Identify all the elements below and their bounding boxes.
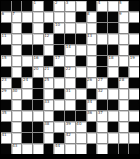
block-r10c11 <box>108 100 118 110</box>
cell-r6c13[interactable]: 19 <box>129 56 139 66</box>
block-r6c5 <box>44 56 54 66</box>
block-r13c4 <box>33 133 43 143</box>
cell-r4c2[interactable] <box>12 34 22 44</box>
cell-r2c9[interactable]: 8 <box>87 12 97 22</box>
block-r9c9 <box>87 89 97 99</box>
clue-number: 9 <box>119 12 122 16</box>
block-r12c3 <box>22 122 32 132</box>
block-r1c5 <box>44 1 54 11</box>
cell-r13c9[interactable] <box>87 133 97 143</box>
cell-r6c3[interactable] <box>22 56 32 66</box>
block-r3c5 <box>44 23 54 33</box>
cell-r1c6[interactable]: 2 <box>54 1 64 11</box>
cell-r9c1[interactable]: 29 <box>1 89 11 99</box>
block-r10c8 <box>76 100 86 110</box>
cell-r2c5[interactable] <box>44 12 54 22</box>
block-r9c4 <box>33 89 43 99</box>
cell-r7c9[interactable] <box>87 67 97 77</box>
block-r14c1 <box>1 144 11 154</box>
block-r3c3 <box>22 23 32 33</box>
cell-r1c11[interactable] <box>108 1 118 11</box>
cell-r13c11[interactable] <box>108 133 118 143</box>
block-r2c11 <box>108 12 118 22</box>
cell-r2c4[interactable] <box>33 12 43 22</box>
cell-r3c12[interactable] <box>119 23 129 33</box>
cell-r3c8[interactable] <box>76 23 86 33</box>
cell-r8c1[interactable]: 23 <box>1 78 11 88</box>
clue-number: 35 <box>2 111 7 115</box>
block-r1c2 <box>12 1 22 11</box>
cell-r9c12[interactable] <box>119 89 129 99</box>
clue-number: 32 <box>98 89 103 93</box>
cell-r3c9[interactable] <box>87 23 97 33</box>
cell-r7c11[interactable] <box>108 67 118 77</box>
block-r12c11 <box>108 122 118 132</box>
clue-number: 21 <box>44 67 49 71</box>
clue-number: 29 <box>2 89 7 93</box>
cell-r14c6[interactable]: 44 <box>54 144 64 154</box>
clue-number: 11 <box>2 34 7 38</box>
cell-r2c1[interactable]: 6 <box>1 12 11 22</box>
cell-r8c9[interactable]: 26 <box>87 78 97 88</box>
clue-number: 36 <box>87 111 92 115</box>
clue-number: 24 <box>23 78 28 82</box>
cell-r9c5[interactable] <box>44 89 54 99</box>
cell-r1c10[interactable]: 4 <box>97 1 107 11</box>
cell-r9c10[interactable]: 32 <box>97 89 107 99</box>
block-r3c10 <box>97 23 107 33</box>
clue-number: 38 <box>44 122 49 126</box>
crossword-board-frame: 1234567891011121314151617181920212223242… <box>0 0 140 159</box>
cell-r1c7[interactable]: 3 <box>65 1 75 11</box>
cell-r4c12[interactable] <box>119 34 129 44</box>
cell-r11c9[interactable]: 36 <box>87 111 97 121</box>
cell-r11c12[interactable] <box>119 111 129 121</box>
cell-r14c2[interactable]: 43 <box>12 144 22 154</box>
cell-r6c7[interactable] <box>65 56 75 66</box>
cell-r11c5[interactable] <box>44 111 54 121</box>
clue-number: 17 <box>55 56 60 60</box>
block-r11c6 <box>54 111 64 121</box>
clue-number: 39 <box>66 122 71 126</box>
cell-r13c10[interactable] <box>97 133 107 143</box>
block-r11c8 <box>76 111 86 121</box>
clue-number: 8 <box>87 12 90 16</box>
block-r7c10 <box>97 67 107 77</box>
block-r8c2 <box>12 78 22 88</box>
cell-r2c2[interactable]: 7 <box>12 12 22 22</box>
cell-r11c2[interactable] <box>12 111 22 121</box>
block-r1c13 <box>129 1 139 11</box>
cell-r13c1[interactable]: 41 <box>1 133 11 143</box>
cell-r8c7[interactable] <box>65 78 75 88</box>
clue-number: 6 <box>2 12 5 16</box>
block-r7c1 <box>1 67 11 77</box>
cell-r12c5[interactable]: 38 <box>44 122 54 132</box>
cell-r4c5[interactable]: 12 <box>44 34 54 44</box>
cell-r6c6[interactable]: 17 <box>54 56 64 66</box>
cell-r8c12[interactable]: 28 <box>119 78 129 88</box>
cell-r11c4[interactable] <box>33 111 43 121</box>
block-r5c3 <box>22 45 32 55</box>
cell-r9c8[interactable] <box>76 89 86 99</box>
block-r8c8 <box>76 78 86 88</box>
cell-r12c12[interactable] <box>119 122 129 132</box>
cell-r10c7[interactable] <box>65 100 75 110</box>
cell-r9c2[interactable]: 30 <box>12 89 22 99</box>
cell-r1c8[interactable] <box>76 1 86 11</box>
block-r3c13 <box>129 23 139 33</box>
block-r13c6 <box>54 133 64 143</box>
cell-r7c8[interactable] <box>76 67 86 77</box>
block-r1c3 <box>22 1 32 11</box>
clue-number: 18 <box>108 56 113 60</box>
cell-r5c12[interactable] <box>119 45 129 55</box>
cell-r6c12[interactable] <box>119 56 129 66</box>
block-r10c1 <box>1 100 11 110</box>
cell-r8c3[interactable]: 24 <box>22 78 32 88</box>
cell-r10c9[interactable]: 34 <box>87 100 97 110</box>
block-r6c8 <box>76 56 86 66</box>
cell-r6c9[interactable] <box>87 56 97 66</box>
cell-r10c12[interactable] <box>119 100 129 110</box>
block-r4c8 <box>76 34 86 44</box>
cell-r3c4[interactable] <box>33 23 43 33</box>
cell-r1c12[interactable]: 5 <box>119 1 129 11</box>
cell-r14c3[interactable] <box>22 144 32 154</box>
block-r1c1 <box>1 1 11 11</box>
block-r8c11 <box>108 78 118 88</box>
clue-number: 3 <box>66 1 69 5</box>
cell-r7c5[interactable]: 21 <box>44 67 54 77</box>
block-r5c11 <box>108 45 118 55</box>
cell-r4c1[interactable]: 11 <box>1 34 11 44</box>
cell-r2c7[interactable] <box>65 12 75 22</box>
block-r11c7 <box>65 111 75 121</box>
crossword-board: 1234567891011121314151617181920212223242… <box>1 1 139 154</box>
cell-r12c6[interactable] <box>54 122 64 132</box>
clue-number: 33 <box>44 100 49 104</box>
block-r10c13 <box>129 100 139 110</box>
clue-number: 42 <box>66 133 71 137</box>
block-r6c10 <box>97 56 107 66</box>
cell-r8c6[interactable] <box>54 78 64 88</box>
clue-number: 44 <box>55 144 60 148</box>
cell-r9c13[interactable] <box>129 89 139 99</box>
cell-r3c7[interactable] <box>65 23 75 33</box>
clue-number: 43 <box>12 144 17 148</box>
cell-r2c3[interactable] <box>22 12 32 22</box>
block-r14c13 <box>129 144 139 154</box>
clue-number: 10 <box>55 23 60 27</box>
cell-r4c11[interactable] <box>108 34 118 44</box>
block-r7c6 <box>54 67 64 77</box>
clue-number: 34 <box>87 100 92 104</box>
cell-r12c10[interactable] <box>97 122 107 132</box>
block-r8c4 <box>33 78 43 88</box>
block-r14c11 <box>108 144 118 154</box>
cell-r4c13[interactable] <box>129 34 139 44</box>
cell-r5c9[interactable] <box>87 45 97 55</box>
cell-r5c7[interactable]: 14 <box>65 45 75 55</box>
cell-r6c11[interactable]: 18 <box>108 56 118 66</box>
cell-r13c12[interactable] <box>119 133 129 143</box>
cell-r4c9[interactable]: 13 <box>87 34 97 44</box>
block-r1c9 <box>87 1 97 11</box>
clue-number: 30 <box>12 89 17 93</box>
cell-r13c13[interactable] <box>129 133 139 143</box>
cell-r14c8[interactable] <box>76 144 86 154</box>
cell-r14c10[interactable] <box>97 144 107 154</box>
cell-r5c5[interactable] <box>44 45 54 55</box>
clue-number: 12 <box>44 34 49 38</box>
cell-r6c4[interactable]: 16 <box>33 56 43 66</box>
cell-r9c3[interactable] <box>22 89 32 99</box>
clue-number: 40 <box>76 122 81 126</box>
block-r14c5 <box>44 144 54 154</box>
block-r14c12 <box>119 144 129 154</box>
block-r5c4 <box>33 45 43 55</box>
clue-number: 25 <box>44 78 49 82</box>
clue-number: 26 <box>87 78 92 82</box>
clue-number: 19 <box>130 56 135 60</box>
cell-r3c6[interactable]: 10 <box>54 23 64 33</box>
cell-r11c11[interactable] <box>108 111 118 121</box>
cell-r12c7[interactable]: 39 <box>65 122 75 132</box>
cell-r10c5[interactable]: 33 <box>44 100 54 110</box>
cell-r14c7[interactable] <box>65 144 75 154</box>
cell-r13c8[interactable] <box>76 133 86 143</box>
block-r4c6 <box>54 34 64 44</box>
clue-number: 1 <box>34 1 37 5</box>
cell-r13c2[interactable] <box>12 133 22 143</box>
cell-r12c2[interactable] <box>12 122 22 132</box>
block-r13c3 <box>22 133 32 143</box>
block-r5c10 <box>97 45 107 55</box>
block-r12c13 <box>129 122 139 132</box>
cell-r14c4[interactable] <box>33 144 43 154</box>
clue-number: 20 <box>34 67 39 71</box>
clue-number: 23 <box>2 78 7 82</box>
clue-number: 2 <box>55 1 58 5</box>
cell-r6c1[interactable]: 15 <box>1 56 11 66</box>
block-r3c11 <box>108 23 118 33</box>
cell-r5c2[interactable] <box>12 45 22 55</box>
cell-r13c7[interactable]: 42 <box>65 133 75 143</box>
cell-r1c4[interactable]: 1 <box>33 1 43 11</box>
clue-number: 37 <box>98 111 103 115</box>
cell-r11c13[interactable] <box>129 111 139 121</box>
block-r12c1 <box>1 122 11 132</box>
cell-r8c5[interactable]: 25 <box>44 78 54 88</box>
cell-r11c10[interactable]: 37 <box>97 111 107 121</box>
block-r14c9 <box>87 144 97 154</box>
cell-r9c7[interactable]: 31 <box>65 89 75 99</box>
block-r7c12 <box>119 67 129 77</box>
block-r10c4 <box>33 100 43 110</box>
cell-r11c1[interactable]: 35 <box>1 111 11 121</box>
cell-r13c5[interactable] <box>44 133 54 143</box>
cell-r12c8[interactable]: 40 <box>76 122 86 132</box>
block-r12c4 <box>33 122 43 132</box>
cell-r4c10[interactable] <box>97 34 107 44</box>
cell-r6c2[interactable] <box>12 56 22 66</box>
block-r3c1 <box>1 23 11 33</box>
block-r5c6 <box>54 45 64 55</box>
clue-number: 31 <box>66 89 71 93</box>
clue-number: 14 <box>66 45 71 49</box>
cell-r5c8[interactable] <box>76 45 86 55</box>
cell-r3c2[interactable] <box>12 23 22 33</box>
cell-r11c3[interactable] <box>22 111 32 121</box>
block-r7c3 <box>22 67 32 77</box>
clue-number: 27 <box>98 78 103 82</box>
cell-r2c12[interactable]: 9 <box>119 12 129 22</box>
cell-r2c13[interactable] <box>129 12 139 22</box>
block-r12c9 <box>87 122 97 132</box>
block-r5c1 <box>1 45 11 55</box>
cell-r10c2[interactable] <box>12 100 22 110</box>
block-r2c8 <box>76 12 86 22</box>
cell-r4c4[interactable] <box>33 34 43 44</box>
cell-r7c13[interactable] <box>129 67 139 77</box>
block-r8c13 <box>129 78 139 88</box>
block-r5c13 <box>129 45 139 55</box>
block-r9c6 <box>54 89 64 99</box>
cell-r7c2[interactable] <box>12 67 22 77</box>
block-r10c3 <box>22 100 32 110</box>
clue-number: 22 <box>66 67 71 71</box>
clue-number: 28 <box>119 78 124 82</box>
block-r4c7 <box>65 34 75 44</box>
cell-r10c6[interactable] <box>54 100 64 110</box>
cell-r4c3[interactable] <box>22 34 32 44</box>
clue-number: 41 <box>2 133 7 137</box>
clue-number: 7 <box>12 12 15 16</box>
clue-number: 4 <box>98 1 101 5</box>
cell-r2c6[interactable] <box>54 12 64 22</box>
block-r2c10 <box>97 12 107 22</box>
clue-number: 5 <box>119 1 122 5</box>
cell-r7c7[interactable]: 22 <box>65 67 75 77</box>
cell-r8c10[interactable]: 27 <box>97 78 107 88</box>
cell-r9c11[interactable] <box>108 89 118 99</box>
clue-number: 13 <box>87 34 92 38</box>
clue-number: 16 <box>34 56 39 60</box>
block-r10c10 <box>97 100 107 110</box>
clue-number: 15 <box>2 56 7 60</box>
cell-r7c4[interactable]: 20 <box>33 67 43 77</box>
